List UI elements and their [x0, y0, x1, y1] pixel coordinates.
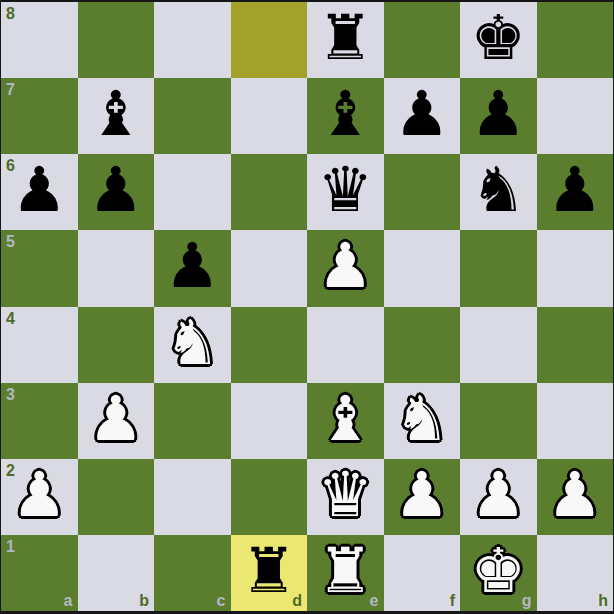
square-a1[interactable]: 1a — [1, 535, 78, 611]
square-h4[interactable] — [537, 307, 614, 383]
chess-board-container: 8♜♚7♝♝♟♟6♟♟♛♞♟5♟♟4♞3♟♝♞2♟♛♟♟♟1abcd♜e♜fg♚… — [0, 0, 614, 614]
piece-black-pawn[interactable]: ♟ — [11, 159, 67, 221]
square-f5[interactable] — [384, 230, 461, 306]
square-e1[interactable]: e♜ — [307, 535, 384, 611]
piece-white-pawn[interactable]: ♟ — [547, 464, 603, 526]
square-c6[interactable] — [154, 154, 231, 230]
square-b2[interactable] — [78, 459, 155, 535]
square-h8[interactable] — [537, 2, 614, 78]
square-c7[interactable] — [154, 78, 231, 154]
piece-white-pawn[interactable]: ♟ — [394, 464, 450, 526]
piece-white-rook[interactable]: ♜ — [317, 540, 373, 602]
square-h1[interactable]: h — [537, 535, 614, 611]
square-a2[interactable]: 2♟ — [1, 459, 78, 535]
piece-black-bishop[interactable]: ♝ — [88, 83, 144, 145]
square-e7[interactable]: ♝ — [307, 78, 384, 154]
square-c2[interactable] — [154, 459, 231, 535]
square-f1[interactable]: f — [384, 535, 461, 611]
piece-black-pawn[interactable]: ♟ — [547, 159, 603, 221]
piece-white-knight[interactable]: ♞ — [394, 388, 450, 450]
piece-white-knight[interactable]: ♞ — [164, 312, 220, 374]
square-g5[interactable] — [460, 230, 537, 306]
piece-black-pawn[interactable]: ♟ — [88, 159, 144, 221]
square-c5[interactable]: ♟ — [154, 230, 231, 306]
chess-board: 8♜♚7♝♝♟♟6♟♟♛♞♟5♟♟4♞3♟♝♞2♟♛♟♟♟1abcd♜e♜fg♚… — [0, 0, 614, 614]
file-label-b: b — [139, 593, 149, 609]
rank-label-1: 1 — [6, 539, 15, 555]
square-b4[interactable] — [78, 307, 155, 383]
square-f3[interactable]: ♞ — [384, 383, 461, 459]
rank-label-5: 5 — [6, 234, 15, 250]
square-a6[interactable]: 6♟ — [1, 154, 78, 230]
piece-white-pawn[interactable]: ♟ — [11, 464, 67, 526]
square-b6[interactable]: ♟ — [78, 154, 155, 230]
square-a8[interactable]: 8 — [1, 2, 78, 78]
piece-white-bishop[interactable]: ♝ — [317, 388, 373, 450]
square-d5[interactable] — [231, 230, 308, 306]
piece-white-pawn[interactable]: ♟ — [88, 388, 144, 450]
square-h5[interactable] — [537, 230, 614, 306]
square-e6[interactable]: ♛ — [307, 154, 384, 230]
piece-white-pawn[interactable]: ♟ — [470, 464, 526, 526]
piece-black-knight[interactable]: ♞ — [470, 159, 526, 221]
piece-black-king[interactable]: ♚ — [470, 7, 526, 69]
square-d7[interactable] — [231, 78, 308, 154]
square-h3[interactable] — [537, 383, 614, 459]
square-f7[interactable]: ♟ — [384, 78, 461, 154]
file-label-a: a — [64, 593, 73, 609]
square-c8[interactable] — [154, 2, 231, 78]
square-f6[interactable] — [384, 154, 461, 230]
square-a7[interactable]: 7 — [1, 78, 78, 154]
square-g6[interactable]: ♞ — [460, 154, 537, 230]
square-e8[interactable]: ♜ — [307, 2, 384, 78]
rank-label-7: 7 — [6, 82, 15, 98]
piece-white-pawn[interactable]: ♟ — [317, 235, 373, 297]
square-g3[interactable] — [460, 383, 537, 459]
square-g2[interactable]: ♟ — [460, 459, 537, 535]
piece-black-pawn[interactable]: ♟ — [394, 83, 450, 145]
square-c3[interactable] — [154, 383, 231, 459]
piece-black-pawn[interactable]: ♟ — [164, 235, 220, 297]
square-b5[interactable] — [78, 230, 155, 306]
square-d4[interactable] — [231, 307, 308, 383]
file-label-h: h — [598, 593, 608, 609]
square-c1[interactable]: c — [154, 535, 231, 611]
rank-label-8: 8 — [6, 6, 15, 22]
piece-black-rook[interactable]: ♜ — [317, 7, 373, 69]
rank-label-3: 3 — [6, 387, 15, 403]
square-b1[interactable]: b — [78, 535, 155, 611]
piece-white-king[interactable]: ♚ — [470, 540, 526, 602]
piece-black-bishop[interactable]: ♝ — [317, 83, 373, 145]
square-a3[interactable]: 3 — [1, 383, 78, 459]
square-d1[interactable]: d♜ — [231, 535, 308, 611]
square-e4[interactable] — [307, 307, 384, 383]
square-f8[interactable] — [384, 2, 461, 78]
square-e3[interactable]: ♝ — [307, 383, 384, 459]
square-b3[interactable]: ♟ — [78, 383, 155, 459]
square-h6[interactable]: ♟ — [537, 154, 614, 230]
piece-black-queen[interactable]: ♛ — [317, 159, 373, 221]
square-a5[interactable]: 5 — [1, 230, 78, 306]
square-a4[interactable]: 4 — [1, 307, 78, 383]
square-h2[interactable]: ♟ — [537, 459, 614, 535]
file-label-c: c — [217, 593, 226, 609]
square-g7[interactable]: ♟ — [460, 78, 537, 154]
square-e2[interactable]: ♛ — [307, 459, 384, 535]
square-h7[interactable] — [537, 78, 614, 154]
piece-white-queen[interactable]: ♛ — [317, 464, 373, 526]
file-label-f: f — [450, 593, 455, 609]
square-c4[interactable]: ♞ — [154, 307, 231, 383]
square-b8[interactable] — [78, 2, 155, 78]
square-f2[interactable]: ♟ — [384, 459, 461, 535]
square-g1[interactable]: g♚ — [460, 535, 537, 611]
square-d2[interactable] — [231, 459, 308, 535]
square-g4[interactable] — [460, 307, 537, 383]
piece-black-pawn[interactable]: ♟ — [470, 83, 526, 145]
square-d8[interactable] — [231, 2, 308, 78]
piece-black-rook[interactable]: ♜ — [241, 540, 297, 602]
square-e5[interactable]: ♟ — [307, 230, 384, 306]
square-f4[interactable] — [384, 307, 461, 383]
square-g8[interactable]: ♚ — [460, 2, 537, 78]
square-d6[interactable] — [231, 154, 308, 230]
square-b7[interactable]: ♝ — [78, 78, 155, 154]
square-d3[interactable] — [231, 383, 308, 459]
rank-label-4: 4 — [6, 311, 15, 327]
